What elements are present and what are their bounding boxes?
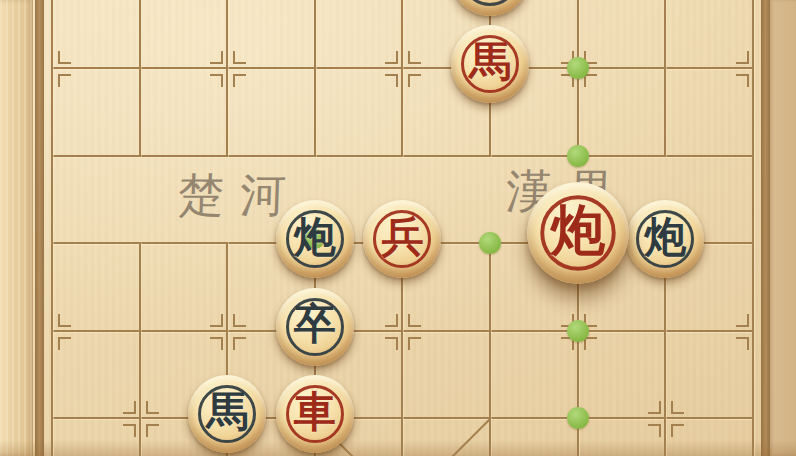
point-mark: [233, 51, 246, 64]
point-mark: [210, 337, 223, 350]
move-dot[interactable]: [567, 57, 589, 79]
piece-red-cannon[interactable]: 炮: [527, 182, 628, 283]
piece-glyph: 馬: [188, 375, 266, 453]
point-mark: [58, 337, 71, 350]
grid-line-file-8: [752, 0, 754, 456]
grid-line-file-1-bottom: [139, 242, 141, 456]
palace-diagonal-right: [448, 418, 490, 456]
point-mark: [408, 337, 421, 350]
move-dot[interactable]: [567, 320, 589, 342]
point-mark: [736, 337, 749, 350]
point-mark: [385, 51, 398, 64]
move-dot[interactable]: [567, 145, 589, 167]
point-mark: [736, 74, 749, 87]
grid-line-file-2-top: [226, 0, 228, 157]
piece-red-soldier[interactable]: 兵: [363, 200, 441, 278]
board-grid[interactable]: 馬炮兵炮炮卒馬車: [0, 0, 796, 456]
point-mark: [123, 401, 136, 414]
point-mark: [408, 51, 421, 64]
point-mark: [736, 51, 749, 64]
point-mark: [233, 337, 246, 350]
point-mark: [408, 314, 421, 327]
piece-red-horse[interactable]: 馬: [451, 25, 529, 103]
point-mark: [233, 314, 246, 327]
grid-line-file-1-top: [139, 0, 141, 157]
grid-line-file-4-top: [401, 0, 403, 157]
move-dot[interactable]: [567, 407, 589, 429]
point-mark: [58, 74, 71, 87]
point-mark: [385, 314, 398, 327]
piece-glyph: 車: [276, 375, 354, 453]
point-mark: [736, 314, 749, 327]
point-mark: [648, 424, 661, 437]
point-mark: [123, 424, 136, 437]
piece-glyph: [451, 0, 529, 16]
point-mark: [210, 314, 223, 327]
point-mark: [233, 74, 246, 87]
grid-line-file-0: [51, 0, 53, 456]
point-mark: [385, 337, 398, 350]
piece-black-horse[interactable]: 馬: [188, 375, 266, 453]
point-mark: [648, 401, 661, 414]
point-mark: [671, 424, 684, 437]
piece-glyph: 卒: [276, 288, 354, 366]
point-mark: [210, 74, 223, 87]
xiangqi-board[interactable]: 楚河 漢界 馬炮兵炮炮卒馬車: [0, 0, 796, 456]
move-dot[interactable]: [479, 232, 501, 254]
piece-glyph: 炮: [527, 182, 628, 283]
piece-glyph: 馬: [451, 25, 529, 103]
piece-glyph: 炮: [626, 200, 704, 278]
piece-black-soldier[interactable]: 卒: [276, 288, 354, 366]
piece-black-cannon[interactable]: 炮: [626, 200, 704, 278]
piece-black-cannon[interactable]: 炮: [276, 200, 354, 278]
point-mark: [146, 401, 159, 414]
point-mark: [671, 401, 684, 414]
point-mark: [210, 51, 223, 64]
point-mark: [58, 51, 71, 64]
point-mark: [146, 424, 159, 437]
piece-unknown-unknown[interactable]: [451, 0, 529, 16]
piece-glyph: 兵: [363, 200, 441, 278]
grid-line-file-5-bottom: [489, 242, 491, 456]
piece-glyph: 炮: [276, 200, 354, 278]
point-mark: [58, 314, 71, 327]
grid-line-file-7-top: [664, 0, 666, 157]
point-mark: [385, 74, 398, 87]
piece-red-chariot[interactable]: 車: [276, 375, 354, 453]
point-mark: [408, 74, 421, 87]
grid-line-file-3-top: [314, 0, 316, 157]
